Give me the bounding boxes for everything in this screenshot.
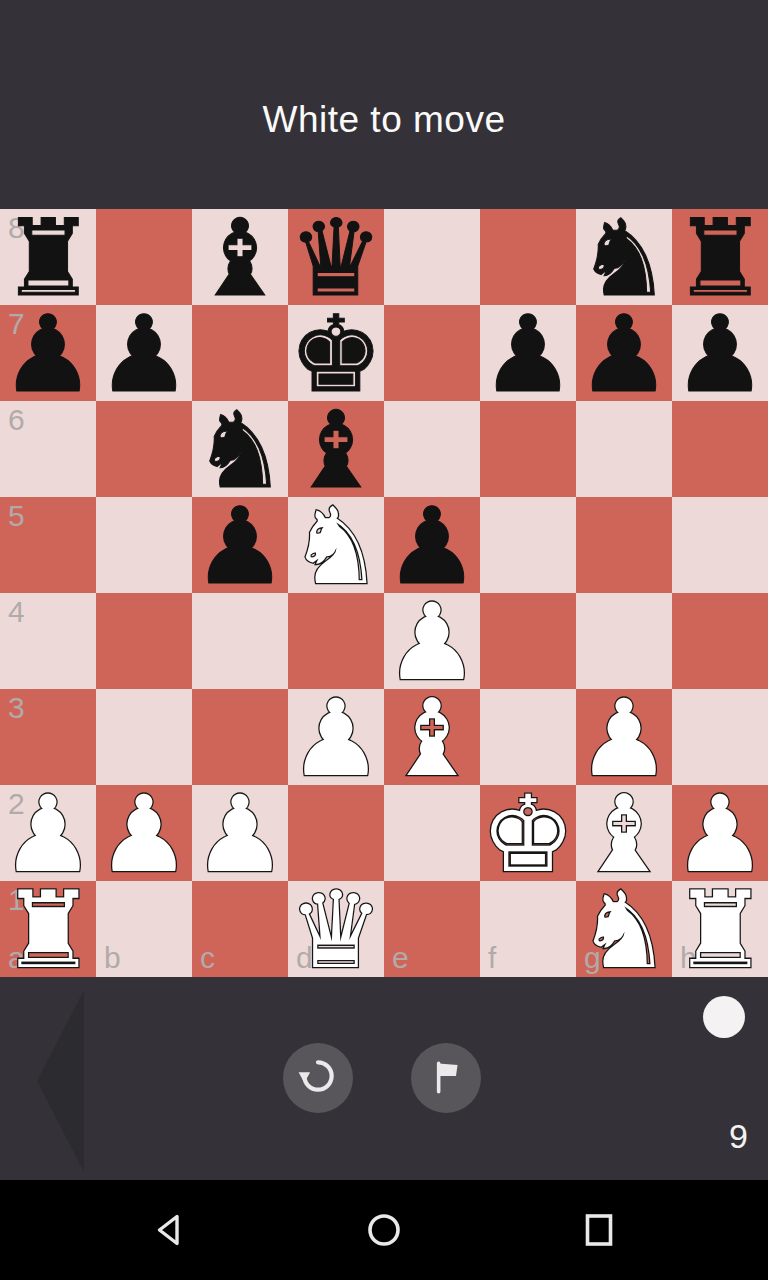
square-e7[interactable] bbox=[384, 305, 480, 401]
square-g5[interactable] bbox=[576, 497, 672, 593]
white-turn-indicator bbox=[703, 996, 745, 1038]
square-f1[interactable]: f bbox=[480, 881, 576, 977]
piece-black-bishop[interactable]: ♝ bbox=[192, 211, 287, 307]
bottom-bar: 9 bbox=[0, 977, 768, 1180]
file-label-f: f bbox=[488, 943, 496, 973]
square-b1[interactable]: b bbox=[96, 881, 192, 977]
square-g2[interactable]: ♝ bbox=[576, 785, 672, 881]
chess-board[interactable]: 8♜♝♛♞♜7♟♟♚♟♟♟6♞♝5♟♞♟4♟3♟♝♟2♟♟♟♚♝♟1a♜bcd♛… bbox=[0, 209, 768, 977]
rank-label-4: 4 bbox=[8, 597, 25, 627]
square-a3[interactable]: 3 bbox=[0, 689, 96, 785]
square-f3[interactable] bbox=[480, 689, 576, 785]
square-f6[interactable] bbox=[480, 401, 576, 497]
square-d7[interactable]: ♚ bbox=[288, 305, 384, 401]
piece-white-queen[interactable]: ♛ bbox=[288, 883, 383, 979]
square-e5[interactable]: ♟ bbox=[384, 497, 480, 593]
square-e1[interactable]: e bbox=[384, 881, 480, 977]
square-b3[interactable] bbox=[96, 689, 192, 785]
square-e2[interactable] bbox=[384, 785, 480, 881]
square-b8[interactable] bbox=[96, 209, 192, 305]
square-b7[interactable]: ♟ bbox=[96, 305, 192, 401]
square-h5[interactable] bbox=[672, 497, 768, 593]
square-h4[interactable] bbox=[672, 593, 768, 689]
square-d3[interactable]: ♟ bbox=[288, 689, 384, 785]
undo-icon bbox=[297, 1055, 339, 1101]
square-e4[interactable]: ♟ bbox=[384, 593, 480, 689]
square-h2[interactable]: ♟ bbox=[672, 785, 768, 881]
square-h6[interactable] bbox=[672, 401, 768, 497]
piece-white-rook[interactable]: ♜ bbox=[672, 883, 767, 979]
piece-black-pawn[interactable]: ♟ bbox=[672, 307, 767, 403]
chess-app-screen: White to move 8♜♝♛♞♜7♟♟♚♟♟♟6♞♝5♟♞♟4♟3♟♝♟… bbox=[0, 0, 768, 1280]
square-b6[interactable] bbox=[96, 401, 192, 497]
square-a1[interactable]: 1a♜ bbox=[0, 881, 96, 977]
square-e3[interactable]: ♝ bbox=[384, 689, 480, 785]
square-b5[interactable] bbox=[96, 497, 192, 593]
square-h7[interactable]: ♟ bbox=[672, 305, 768, 401]
square-c5[interactable]: ♟ bbox=[192, 497, 288, 593]
piece-black-pawn[interactable]: ♟ bbox=[96, 307, 191, 403]
square-a4[interactable]: 4 bbox=[0, 593, 96, 689]
square-c8[interactable]: ♝ bbox=[192, 209, 288, 305]
piece-white-rook[interactable]: ♜ bbox=[0, 883, 95, 979]
square-a2[interactable]: 2♟ bbox=[0, 785, 96, 881]
recents-square-icon bbox=[579, 1210, 619, 1250]
square-f7[interactable]: ♟ bbox=[480, 305, 576, 401]
square-d4[interactable] bbox=[288, 593, 384, 689]
square-g6[interactable] bbox=[576, 401, 672, 497]
square-c3[interactable] bbox=[192, 689, 288, 785]
piece-black-pawn[interactable]: ♟ bbox=[480, 307, 575, 403]
square-e6[interactable] bbox=[384, 401, 480, 497]
square-g8[interactable]: ♞ bbox=[576, 209, 672, 305]
square-d8[interactable]: ♛ bbox=[288, 209, 384, 305]
file-label-e: e bbox=[392, 943, 409, 973]
square-a5[interactable]: 5 bbox=[0, 497, 96, 593]
square-g7[interactable]: ♟ bbox=[576, 305, 672, 401]
piece-white-bishop[interactable]: ♝ bbox=[384, 691, 479, 787]
square-d1[interactable]: d♛ bbox=[288, 881, 384, 977]
nav-recents-button[interactable] bbox=[577, 1208, 621, 1252]
move-counter: 9 bbox=[729, 1119, 748, 1153]
android-nav-bar bbox=[0, 1180, 768, 1280]
piece-black-pawn[interactable]: ♟ bbox=[576, 307, 671, 403]
piece-white-knight[interactable]: ♞ bbox=[288, 499, 383, 595]
square-d6[interactable]: ♝ bbox=[288, 401, 384, 497]
nav-back-button[interactable] bbox=[147, 1208, 191, 1252]
piece-white-pawn[interactable]: ♟ bbox=[96, 787, 191, 883]
square-c1[interactable]: c bbox=[192, 881, 288, 977]
nav-home-button[interactable] bbox=[362, 1208, 406, 1252]
square-a6[interactable]: 6 bbox=[0, 401, 96, 497]
square-f2[interactable]: ♚ bbox=[480, 785, 576, 881]
square-b2[interactable]: ♟ bbox=[96, 785, 192, 881]
square-a8[interactable]: 8♜ bbox=[0, 209, 96, 305]
square-e8[interactable] bbox=[384, 209, 480, 305]
piece-black-pawn[interactable]: ♟ bbox=[192, 499, 287, 595]
square-g4[interactable] bbox=[576, 593, 672, 689]
square-c6[interactable]: ♞ bbox=[192, 401, 288, 497]
piece-white-pawn[interactable]: ♟ bbox=[192, 787, 287, 883]
rank-label-6: 6 bbox=[8, 405, 25, 435]
piece-black-pawn[interactable]: ♟ bbox=[0, 307, 95, 403]
square-g1[interactable]: g♞ bbox=[576, 881, 672, 977]
square-d5[interactable]: ♞ bbox=[288, 497, 384, 593]
flag-icon bbox=[425, 1055, 467, 1101]
rank-label-5: 5 bbox=[8, 501, 25, 531]
rank-label-3: 3 bbox=[8, 693, 25, 723]
square-c4[interactable] bbox=[192, 593, 288, 689]
undo-button[interactable] bbox=[283, 1043, 353, 1113]
file-label-b: b bbox=[104, 943, 121, 973]
square-c7[interactable] bbox=[192, 305, 288, 401]
file-label-c: c bbox=[200, 943, 215, 973]
square-h8[interactable]: ♜ bbox=[672, 209, 768, 305]
square-f8[interactable] bbox=[480, 209, 576, 305]
header: White to move bbox=[0, 0, 768, 209]
square-h3[interactable] bbox=[672, 689, 768, 785]
square-f4[interactable] bbox=[480, 593, 576, 689]
square-b4[interactable] bbox=[96, 593, 192, 689]
piece-white-pawn[interactable]: ♟ bbox=[288, 691, 383, 787]
piece-white-king[interactable]: ♚ bbox=[480, 787, 575, 883]
previous-move-arrow-icon[interactable] bbox=[37, 990, 84, 1172]
back-triangle-icon bbox=[149, 1210, 189, 1250]
square-f5[interactable] bbox=[480, 497, 576, 593]
resign-flag-button[interactable] bbox=[411, 1043, 481, 1113]
square-g3[interactable]: ♟ bbox=[576, 689, 672, 785]
piece-white-knight[interactable]: ♞ bbox=[576, 883, 671, 979]
square-d2[interactable] bbox=[288, 785, 384, 881]
status-text: White to move bbox=[0, 99, 768, 141]
square-a7[interactable]: 7♟ bbox=[0, 305, 96, 401]
home-circle-icon bbox=[364, 1210, 404, 1250]
square-c2[interactable]: ♟ bbox=[192, 785, 288, 881]
square-h1[interactable]: h♜ bbox=[672, 881, 768, 977]
